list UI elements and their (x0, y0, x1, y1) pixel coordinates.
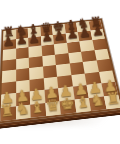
piece-black-pawn-b7[interactable]: ♟ (14, 31, 29, 48)
square-b7[interactable]: ♟ (16, 37, 29, 48)
square-g6[interactable] (79, 40, 94, 51)
square-b5[interactable] (16, 57, 29, 69)
square-h8[interactable]: ♜ (88, 20, 102, 30)
square-c1[interactable]: ♝ (30, 103, 46, 118)
square-a5[interactable] (2, 59, 15, 71)
square-b8[interactable]: ♞ (16, 28, 28, 39)
piece-black-bishop-c8[interactable]: ♝ (26, 20, 40, 37)
piece-black-knight-b8[interactable]: ♞ (14, 22, 28, 39)
square-e7[interactable]: ♟ (53, 33, 67, 44)
square-f1[interactable]: ♝ (74, 98, 91, 113)
square-e1[interactable]: ♚ (59, 99, 75, 114)
piece-black-pawn-c7[interactable]: ♟ (27, 30, 42, 47)
square-h1[interactable]: ♜ (103, 94, 120, 109)
square-e6[interactable] (54, 43, 68, 55)
chess-board: ♜♞♝♛♚♝♞♜♟♟♟♟♟♟♟♟♟♟♟♟♟♟♟♟♜♞♝♛♚♝♞♜ (0, 18, 120, 123)
square-d6[interactable] (41, 44, 55, 56)
chess-set-scene: ♜♞♝♛♚♝♞♜♟♟♟♟♟♟♟♟♟♟♟♟♟♟♟♟♜♞♝♛♚♝♞♜ (0, 0, 120, 144)
square-f5[interactable] (68, 51, 83, 63)
photo-background: ♜♞♝♛♚♝♞♜♟♟♟♟♟♟♟♟♟♟♟♟♟♟♟♟♜♞♝♛♚♝♞♜ (0, 0, 120, 144)
square-g7[interactable]: ♟ (78, 30, 92, 41)
piece-white-king-e1[interactable]: ♚ (59, 94, 76, 115)
square-f8[interactable]: ♝ (64, 23, 78, 33)
piece-white-knight-g1[interactable]: ♞ (89, 90, 106, 111)
square-e5[interactable] (55, 53, 69, 65)
square-h5[interactable] (94, 48, 110, 60)
piece-black-pawn-h7[interactable]: ♟ (90, 22, 105, 39)
square-a6[interactable] (3, 49, 16, 61)
piece-black-rook-h8[interactable]: ♜ (88, 13, 102, 30)
piece-black-pawn-e7[interactable]: ♟ (52, 27, 67, 44)
piece-black-pawn-g7[interactable]: ♟ (77, 24, 92, 41)
square-a8[interactable]: ♜ (3, 30, 15, 41)
square-d8[interactable]: ♛ (40, 25, 53, 36)
piece-white-rook-a1[interactable]: ♜ (0, 101, 16, 122)
square-a4[interactable] (2, 70, 16, 83)
piece-black-pawn-f7[interactable]: ♟ (65, 25, 80, 42)
square-c8[interactable]: ♝ (28, 27, 41, 38)
square-f7[interactable]: ♟ (65, 32, 79, 43)
square-d7[interactable]: ♟ (40, 35, 53, 46)
square-g8[interactable]: ♞ (76, 21, 90, 31)
square-a7[interactable]: ♟ (3, 39, 16, 50)
square-d5[interactable] (42, 54, 56, 66)
square-a1[interactable]: ♜ (0, 106, 15, 121)
piece-black-rook-a8[interactable]: ♜ (2, 23, 16, 40)
piece-black-queen-d8[interactable]: ♛ (39, 19, 53, 36)
board-grid: ♜♞♝♛♚♝♞♜♟♟♟♟♟♟♟♟♟♟♟♟♟♟♟♟♜♞♝♛♚♝♞♜ (0, 18, 120, 123)
piece-black-pawn-d7[interactable]: ♟ (39, 28, 54, 45)
square-h6[interactable] (92, 38, 107, 49)
board-tilt-wrapper: ♜♞♝♛♚♝♞♜♟♟♟♟♟♟♟♟♟♟♟♟♟♟♟♟♜♞♝♛♚♝♞♜ (0, 0, 120, 133)
square-c5[interactable] (29, 56, 43, 68)
square-b6[interactable] (16, 47, 29, 59)
square-c7[interactable]: ♟ (28, 36, 41, 47)
square-h7[interactable]: ♟ (90, 29, 105, 40)
square-f6[interactable] (67, 41, 81, 53)
square-d1[interactable]: ♛ (45, 101, 61, 116)
square-g1[interactable]: ♞ (89, 96, 106, 111)
square-c6[interactable] (28, 46, 41, 58)
square-e8[interactable]: ♚ (52, 24, 65, 34)
piece-white-rook-h1[interactable]: ♜ (104, 89, 120, 110)
piece-black-king-e8[interactable]: ♚ (51, 18, 65, 35)
piece-black-pawn-a7[interactable]: ♟ (1, 33, 16, 50)
piece-black-bishop-f8[interactable]: ♝ (63, 16, 77, 33)
piece-black-knight-g8[interactable]: ♞ (76, 15, 90, 32)
square-g5[interactable] (81, 50, 96, 62)
piece-white-bishop-c1[interactable]: ♝ (28, 97, 45, 118)
